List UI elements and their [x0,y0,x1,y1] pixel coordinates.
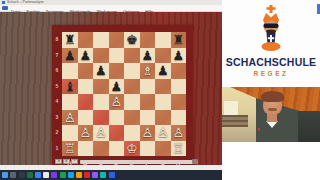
square-e6[interactable] [124,63,140,79]
board-grid: ♜♚♜♟♟♟♟♟♗♟♝♟♙♙♙♙♙♙♙♖♔♖ [62,32,186,156]
piece-black-pawn[interactable]: ♟ [110,79,122,95]
toolbar-icon[interactable] [2,6,8,10]
board-nav-button[interactable]: ► [63,159,70,164]
piece-white-pawn[interactable]: ♙ [157,125,169,141]
square-d7[interactable] [109,48,125,64]
piece-black-pawn[interactable]: ♟ [79,48,91,64]
move-scrollbar-track[interactable] [80,160,198,164]
square-c4[interactable] [93,94,109,110]
square-f1[interactable] [140,141,156,157]
piece-black-pawn[interactable]: ♟ [172,48,184,64]
square-e5[interactable] [124,79,140,95]
square-a6[interactable] [62,63,78,79]
piece-black-pawn[interactable]: ♟ [64,48,76,64]
square-g5[interactable] [155,79,171,95]
webcam-video [222,87,320,142]
piece-black-pawn[interactable]: ♟ [157,63,169,79]
square-c2[interactable]: ♙ [93,125,109,141]
rank-label-2: 2 [52,125,62,141]
person-mustache [268,108,277,111]
square-f3[interactable] [140,110,156,126]
square-d4[interactable]: ♙ [109,94,125,110]
screen: Schach – Partieanalyse DateiSpielenTrain… [0,0,320,180]
square-g3[interactable] [155,110,171,126]
taskbar [0,170,222,180]
square-b4[interactable] [78,94,94,110]
square-d6[interactable] [109,63,125,79]
square-g4[interactable] [155,94,171,110]
taskbar-icon[interactable] [100,172,106,178]
taskbar-icon[interactable] [19,172,25,178]
square-e2[interactable] [124,125,140,141]
rank-label-3: 3 [52,110,62,126]
right-column: SCHACHSCHULE REGEZ [222,0,320,180]
square-d1[interactable] [109,141,125,157]
square-c6[interactable]: ♟ [93,63,109,79]
square-b2[interactable]: ♙ [78,125,94,141]
piece-white-pawn[interactable]: ♙ [95,125,107,141]
square-h2[interactable]: ♙ [171,125,187,141]
app-client-area: 87654321 ♜♚♜♟♟♟♟♟♗♟♝♟♙♙♙♙♙♙♙♖♔♖ ABCDEFGH… [0,12,222,165]
taskbar-icon[interactable] [84,172,90,178]
taskbar-icon[interactable] [35,172,41,178]
piece-white-pawn[interactable]: ♙ [79,125,91,141]
taskbar-icon[interactable] [27,172,33,178]
taskbar-icon[interactable] [76,172,82,178]
taskbar-icon[interactable] [43,172,49,178]
square-a5[interactable]: ♝ [62,79,78,95]
square-e1[interactable]: ♔ [124,141,140,157]
square-g8[interactable] [155,32,171,48]
square-f5[interactable] [140,79,156,95]
chess-app-window: Schach – Partieanalyse DateiSpielenTrain… [0,0,222,170]
square-b5[interactable] [78,79,94,95]
square-e3[interactable] [124,110,140,126]
square-a2[interactable] [62,125,78,141]
square-b7[interactable]: ♟ [78,48,94,64]
rank-label-1: 1 [52,141,62,157]
piece-white-king[interactable]: ♔ [126,141,138,157]
piece-white-pawn[interactable]: ♙ [110,94,122,110]
square-g2[interactable]: ♙ [155,125,171,141]
square-f4[interactable] [140,94,156,110]
rank-labels: 87654321 [52,32,62,156]
board-nav-button[interactable]: ▪ [71,159,78,164]
square-b3[interactable] [78,110,94,126]
square-a7[interactable]: ♟ [62,48,78,64]
square-f6[interactable]: ♗ [140,63,156,79]
square-g6[interactable]: ♟ [155,63,171,79]
taskbar-icon[interactable] [109,172,115,178]
square-d5[interactable]: ♟ [109,79,125,95]
square-c3[interactable] [93,110,109,126]
square-g1[interactable] [155,141,171,157]
app-window-icon [2,1,5,4]
square-h6[interactable] [171,63,187,79]
square-f2[interactable]: ♙ [140,125,156,141]
piece-black-rook[interactable]: ♜ [172,32,184,48]
square-h4[interactable] [171,94,187,110]
square-c7[interactable] [93,48,109,64]
piece-black-bishop[interactable]: ♝ [64,79,76,95]
logo-text-schachschule: SCHACHSCHULE [222,56,320,68]
square-f8[interactable] [140,32,156,48]
square-h8[interactable]: ♜ [171,32,187,48]
square-h3[interactable] [171,110,187,126]
square-e7[interactable] [124,48,140,64]
square-d2[interactable] [109,125,125,141]
square-h5[interactable] [171,79,187,95]
square-b1[interactable] [78,141,94,157]
piece-white-rook[interactable]: ♖ [172,141,184,157]
piece-white-pawn[interactable]: ♙ [64,110,76,126]
move-scrollbar-handle[interactable] [192,159,198,164]
piece-white-pawn[interactable]: ♙ [172,125,184,141]
square-c5[interactable] [93,79,109,95]
shirt-logo [258,128,260,131]
square-d8[interactable] [109,32,125,48]
taskbar-icon[interactable] [92,172,98,178]
person-hair [261,91,284,102]
logo-text-regez: REGEZ [222,70,320,77]
taskbar-icon[interactable] [2,172,8,178]
rank-label-5: 5 [52,79,62,95]
rank-label-6: 6 [52,63,62,79]
square-a1[interactable]: ♖ [62,141,78,157]
square-a3[interactable]: ♙ [62,110,78,126]
piece-black-rook[interactable]: ♜ [64,32,76,48]
square-h1[interactable]: ♖ [171,141,187,157]
taskbar-icon[interactable] [68,172,74,178]
square-e4[interactable] [124,94,140,110]
square-a8[interactable]: ♜ [62,32,78,48]
piece-black-pawn[interactable]: ♟ [141,48,153,64]
piece-white-pawn[interactable]: ♙ [141,125,153,141]
piece-white-bishop[interactable]: ♗ [141,63,153,79]
rank-label-4: 4 [52,94,62,110]
square-e8[interactable]: ♚ [124,32,140,48]
square-c8[interactable] [93,32,109,48]
taskbar-icon[interactable] [10,172,16,178]
chess-king-logo-icon [254,5,288,51]
piece-black-king[interactable]: ♚ [126,32,138,48]
piece-black-pawn[interactable]: ♟ [95,63,107,79]
square-b8[interactable] [78,32,94,48]
logo-card: SCHACHSCHULE REGEZ [222,0,320,86]
menu-bar: DateiSpielenTrainierenWettkämpfeWerkzeug… [0,5,222,12]
square-b6[interactable] [78,63,94,79]
piece-white-rook[interactable]: ♖ [64,141,76,157]
square-f7[interactable]: ♟ [140,48,156,64]
taskbar-icon[interactable] [60,172,66,178]
rank-label-8: 8 [52,32,62,48]
square-d3[interactable] [109,110,125,126]
taskbar-icon[interactable] [51,172,57,178]
chess-board: 87654321 ♜♚♜♟♟♟♟♟♗♟♝♟♙♙♙♙♙♙♙♖♔♖ ABCDEFGH [52,25,193,170]
square-a4[interactable] [62,94,78,110]
square-h7[interactable]: ♟ [171,48,187,64]
rank-label-7: 7 [52,48,62,64]
square-g7[interactable] [155,48,171,64]
board-nav-button[interactable]: ◄ [55,159,62,164]
square-c1[interactable] [93,141,109,157]
